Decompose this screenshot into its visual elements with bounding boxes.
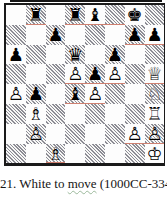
square-d3[interactable] [65,104,85,124]
square-e5[interactable]: ♟ [85,64,105,84]
square-e8[interactable]: ♝ [85,5,105,25]
square-f3[interactable] [105,104,125,124]
square-g7[interactable]: ♟ [125,25,145,45]
square-h3[interactable]: ♖ [145,104,165,124]
square-e3[interactable] [85,104,105,124]
square-b7[interactable] [26,25,46,45]
piece-white-pawn-f5: ♙ [105,64,125,84]
square-b2[interactable]: ♙ [26,124,46,144]
piece-white-pawn-e4: ♙ [85,84,105,104]
square-e4[interactable]: ♙ [85,84,105,104]
square-c8[interactable] [46,5,66,25]
square-c4[interactable] [46,84,66,104]
square-d7[interactable] [65,25,85,45]
piece-white-pawn-a4: ♙ [6,84,26,104]
piece-white-bishop-b3: ♗ [26,104,46,124]
square-f1[interactable] [105,144,125,164]
piece-black-queen-d6: ♛ [65,45,85,65]
square-d5[interactable]: ♙ [65,64,85,84]
piece-black-pawn-a6: ♟ [6,45,26,65]
square-b6[interactable] [26,45,46,65]
square-e2[interactable] [85,124,105,144]
square-c1[interactable]: ♗ [46,144,66,164]
square-g2[interactable]: ♙ [125,124,145,144]
square-c7[interactable]: ♟ [46,25,66,45]
piece-white-pawn-b2: ♙ [26,124,46,144]
piece-black-bishop-e8: ♝ [85,5,105,25]
square-c2[interactable] [46,124,66,144]
square-h5[interactable]: ♕ [145,64,165,84]
square-d4[interactable]: ♝ [65,84,85,104]
square-h6[interactable] [145,45,165,65]
square-g4[interactable] [125,84,145,104]
chess-board: ♜♜♝♚♟♟♟♟♛♟♙♟♙♕♙♟♝♙♘♗♖♙♙♙♗♔ [6,5,164,163]
square-e6[interactable] [85,45,105,65]
piece-black-pawn-c7: ♟ [46,25,66,45]
square-h2[interactable]: ♙ [145,124,165,144]
square-f7[interactable] [105,25,125,45]
square-e7[interactable] [85,25,105,45]
piece-white-bishop-c1: ♗ [46,144,66,164]
square-b8[interactable]: ♜ [26,5,46,25]
piece-white-pawn-d5: ♙ [65,64,85,84]
piece-black-king-g8: ♚ [125,5,145,25]
square-c3[interactable] [46,104,66,124]
square-b3[interactable]: ♗ [26,104,46,124]
square-d1[interactable] [65,144,85,164]
square-g8[interactable]: ♚ [125,5,145,25]
square-f2[interactable] [105,124,125,144]
piece-black-bishop-d4: ♝ [65,84,85,104]
square-a7[interactable] [6,25,26,45]
square-c6[interactable] [46,45,66,65]
piece-black-pawn-e5: ♟ [85,64,105,84]
square-f6[interactable]: ♟ [105,45,125,65]
piece-white-knight-h4: ♘ [145,84,165,104]
square-h4[interactable]: ♘ [145,84,165,104]
square-a2[interactable] [6,124,26,144]
square-g5[interactable] [125,64,145,84]
square-e1[interactable] [85,144,105,164]
piece-black-pawn-g7: ♟ [125,25,145,45]
square-c5[interactable] [46,64,66,84]
square-b4[interactable]: ♟ [26,84,46,104]
square-f5[interactable]: ♙ [105,64,125,84]
square-d8[interactable]: ♜ [65,5,85,25]
square-b1[interactable] [26,144,46,164]
square-h1[interactable]: ♔ [145,144,165,164]
caption-underlined-word: move [68,176,97,191]
piece-black-pawn-h7: ♟ [145,25,165,45]
square-h8[interactable] [145,5,165,25]
piece-white-queen-h5: ♕ [145,64,165,84]
square-b5[interactable] [26,64,46,84]
square-d6[interactable]: ♛ [65,45,85,65]
piece-white-king-h1: ♔ [145,144,165,164]
square-d2[interactable] [65,124,85,144]
square-g6[interactable] [125,45,145,65]
square-a6[interactable]: ♟ [6,45,26,65]
piece-white-rook-h3: ♖ [145,104,165,124]
square-f4[interactable] [105,84,125,104]
square-a8[interactable] [6,5,26,25]
square-a4[interactable]: ♙ [6,84,26,104]
square-f8[interactable] [105,5,125,25]
piece-black-rook-b8: ♜ [26,5,46,25]
square-a5[interactable] [6,64,26,84]
piece-white-pawn-g2: ♙ [125,124,145,144]
piece-black-rook-d8: ♜ [65,5,85,25]
square-g1[interactable] [125,144,145,164]
square-a3[interactable] [6,104,26,124]
piece-white-pawn-h2: ♙ [145,124,165,144]
piece-black-pawn-f6: ♟ [105,45,125,65]
square-g3[interactable] [125,104,145,124]
caption-after: (1000CC-334) [97,176,167,191]
square-a1[interactable] [6,144,26,164]
square-h7[interactable]: ♟ [145,25,165,45]
piece-black-pawn-b4: ♟ [26,84,46,104]
chess-board-frame: ♜♜♝♚♟♟♟♟♛♟♙♟♙♕♙♟♝♙♘♗♖♙♙♙♗♔ [4,3,165,166]
caption-before: 21. White to [0,176,68,191]
diagram-caption: 21. White to move (1000CC-334) [0,176,167,192]
page-top-rule [10,0,162,2]
